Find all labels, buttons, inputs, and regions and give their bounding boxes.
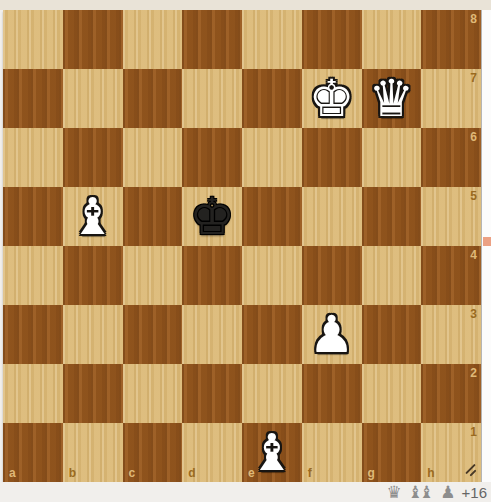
white-bishop-e1[interactable]: ♝: [242, 423, 302, 482]
square-b2[interactable]: [63, 364, 123, 423]
square-c2[interactable]: [123, 364, 183, 423]
square-h7[interactable]: [421, 69, 481, 128]
square-b3[interactable]: [63, 305, 123, 364]
page-top-strip: [0, 0, 491, 10]
square-e5[interactable]: [242, 187, 302, 246]
square-e3[interactable]: [242, 305, 302, 364]
square-e2[interactable]: [242, 364, 302, 423]
square-c7[interactable]: [123, 69, 183, 128]
square-g4[interactable]: [362, 246, 422, 305]
square-b4[interactable]: [63, 246, 123, 305]
scrollbar-track[interactable]: [481, 10, 491, 482]
square-d6[interactable]: [182, 128, 242, 187]
square-e4[interactable]: [242, 246, 302, 305]
square-d1[interactable]: [182, 423, 242, 482]
white-bishop-b5[interactable]: ♝: [63, 187, 123, 246]
square-g3[interactable]: [362, 305, 422, 364]
square-h2[interactable]: [421, 364, 481, 423]
white-king-f7[interactable]: ♚: [302, 69, 362, 128]
square-a5[interactable]: [3, 187, 63, 246]
square-h3[interactable]: [421, 305, 481, 364]
square-a6[interactable]: [3, 128, 63, 187]
board-resize-handle-icon[interactable]: [460, 461, 478, 479]
square-h6[interactable]: [421, 128, 481, 187]
white-queen-g7[interactable]: ♛: [362, 69, 422, 128]
square-d2[interactable]: [182, 364, 242, 423]
square-g6[interactable]: [362, 128, 422, 187]
captured-piece-group-2: ♟: [440, 484, 455, 501]
material-advantage-bar: ♛♝♝♟+16: [0, 482, 491, 502]
square-g8[interactable]: [362, 10, 422, 69]
square-b6[interactable]: [63, 128, 123, 187]
material-score: +16: [462, 484, 487, 501]
square-d7[interactable]: [182, 69, 242, 128]
square-c6[interactable]: [123, 128, 183, 187]
square-f1[interactable]: [302, 423, 362, 482]
square-h4[interactable]: [421, 246, 481, 305]
square-c5[interactable]: [123, 187, 183, 246]
square-c3[interactable]: [123, 305, 183, 364]
square-d4[interactable]: [182, 246, 242, 305]
square-a8[interactable]: [3, 10, 63, 69]
black-king-d5[interactable]: ♚: [182, 187, 242, 246]
square-g1[interactable]: [362, 423, 422, 482]
square-e8[interactable]: [242, 10, 302, 69]
square-b8[interactable]: [63, 10, 123, 69]
square-f5[interactable]: [302, 187, 362, 246]
square-g2[interactable]: [362, 364, 422, 423]
square-b7[interactable]: [63, 69, 123, 128]
square-f2[interactable]: [302, 364, 362, 423]
square-c4[interactable]: [123, 246, 183, 305]
scrollbar-marker[interactable]: [483, 237, 491, 246]
square-a3[interactable]: [3, 305, 63, 364]
square-c1[interactable]: [123, 423, 183, 482]
square-c8[interactable]: [123, 10, 183, 69]
captured-piece-group-1: ♝♝: [408, 484, 434, 501]
square-a4[interactable]: [3, 246, 63, 305]
square-a1[interactable]: [3, 423, 63, 482]
square-a7[interactable]: [3, 69, 63, 128]
chess-board: abcdefgh12345678♚♛♝♚♟♝: [3, 10, 481, 482]
square-a2[interactable]: [3, 364, 63, 423]
white-pawn-f3[interactable]: ♟: [302, 305, 362, 364]
square-g5[interactable]: [362, 187, 422, 246]
square-b1[interactable]: [63, 423, 123, 482]
square-f4[interactable]: [302, 246, 362, 305]
page: { "game": "chess", "board_theme": "wood"…: [0, 0, 491, 502]
square-f8[interactable]: [302, 10, 362, 69]
square-e7[interactable]: [242, 69, 302, 128]
square-d8[interactable]: [182, 10, 242, 69]
square-e6[interactable]: [242, 128, 302, 187]
square-h5[interactable]: [421, 187, 481, 246]
square-h8[interactable]: [421, 10, 481, 69]
captured-piece-group-0: ♛: [387, 484, 402, 501]
square-d3[interactable]: [182, 305, 242, 364]
square-f6[interactable]: [302, 128, 362, 187]
